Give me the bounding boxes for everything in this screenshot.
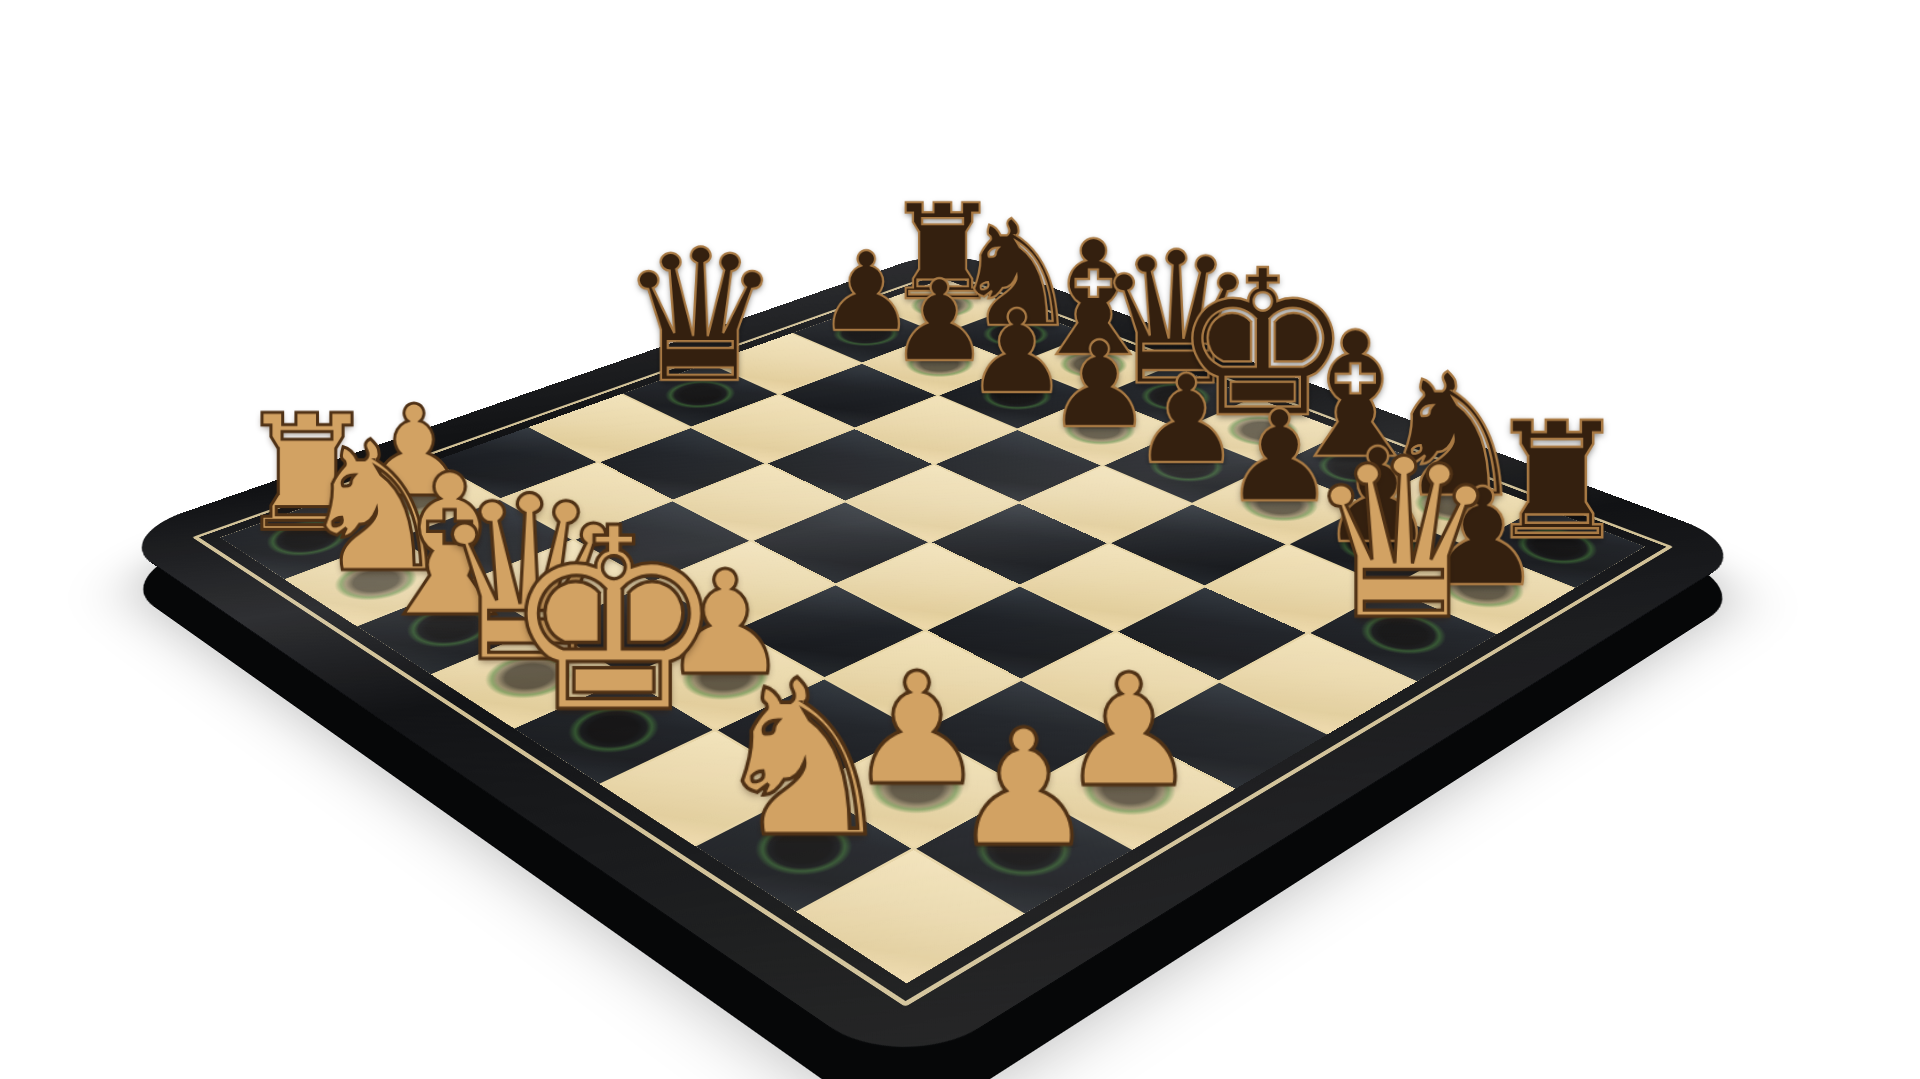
product-photo-scene: ♜♞♝♛♚♝♞♜♟♟♟♟♟♟♟♟♛♛♟♟♟♟♟♜♞♝♛♚♞ (0, 0, 1920, 1079)
board-surface: ♜♞♝♛♚♝♞♜♟♟♟♟♟♟♟♟♛♛♟♟♟♟♟♜♞♝♛♚♞ (113, 248, 1753, 1077)
board-grid: ♜♞♝♛♚♝♞♜♟♟♟♟♟♟♟♟♛♛♟♟♟♟♟♜♞♝♛♚♞ (220, 278, 1645, 982)
black-queen-glyph: ♛ (585, 225, 815, 408)
white-queen-glyph: ♛ (1264, 430, 1542, 650)
chess-board: ♜♞♝♛♚♝♞♜♟♟♟♟♟♟♟♟♛♛♟♟♟♟♟♜♞♝♛♚♞ (113, 248, 1753, 1077)
white-pawn-glyph: ♟ (863, 708, 1184, 869)
